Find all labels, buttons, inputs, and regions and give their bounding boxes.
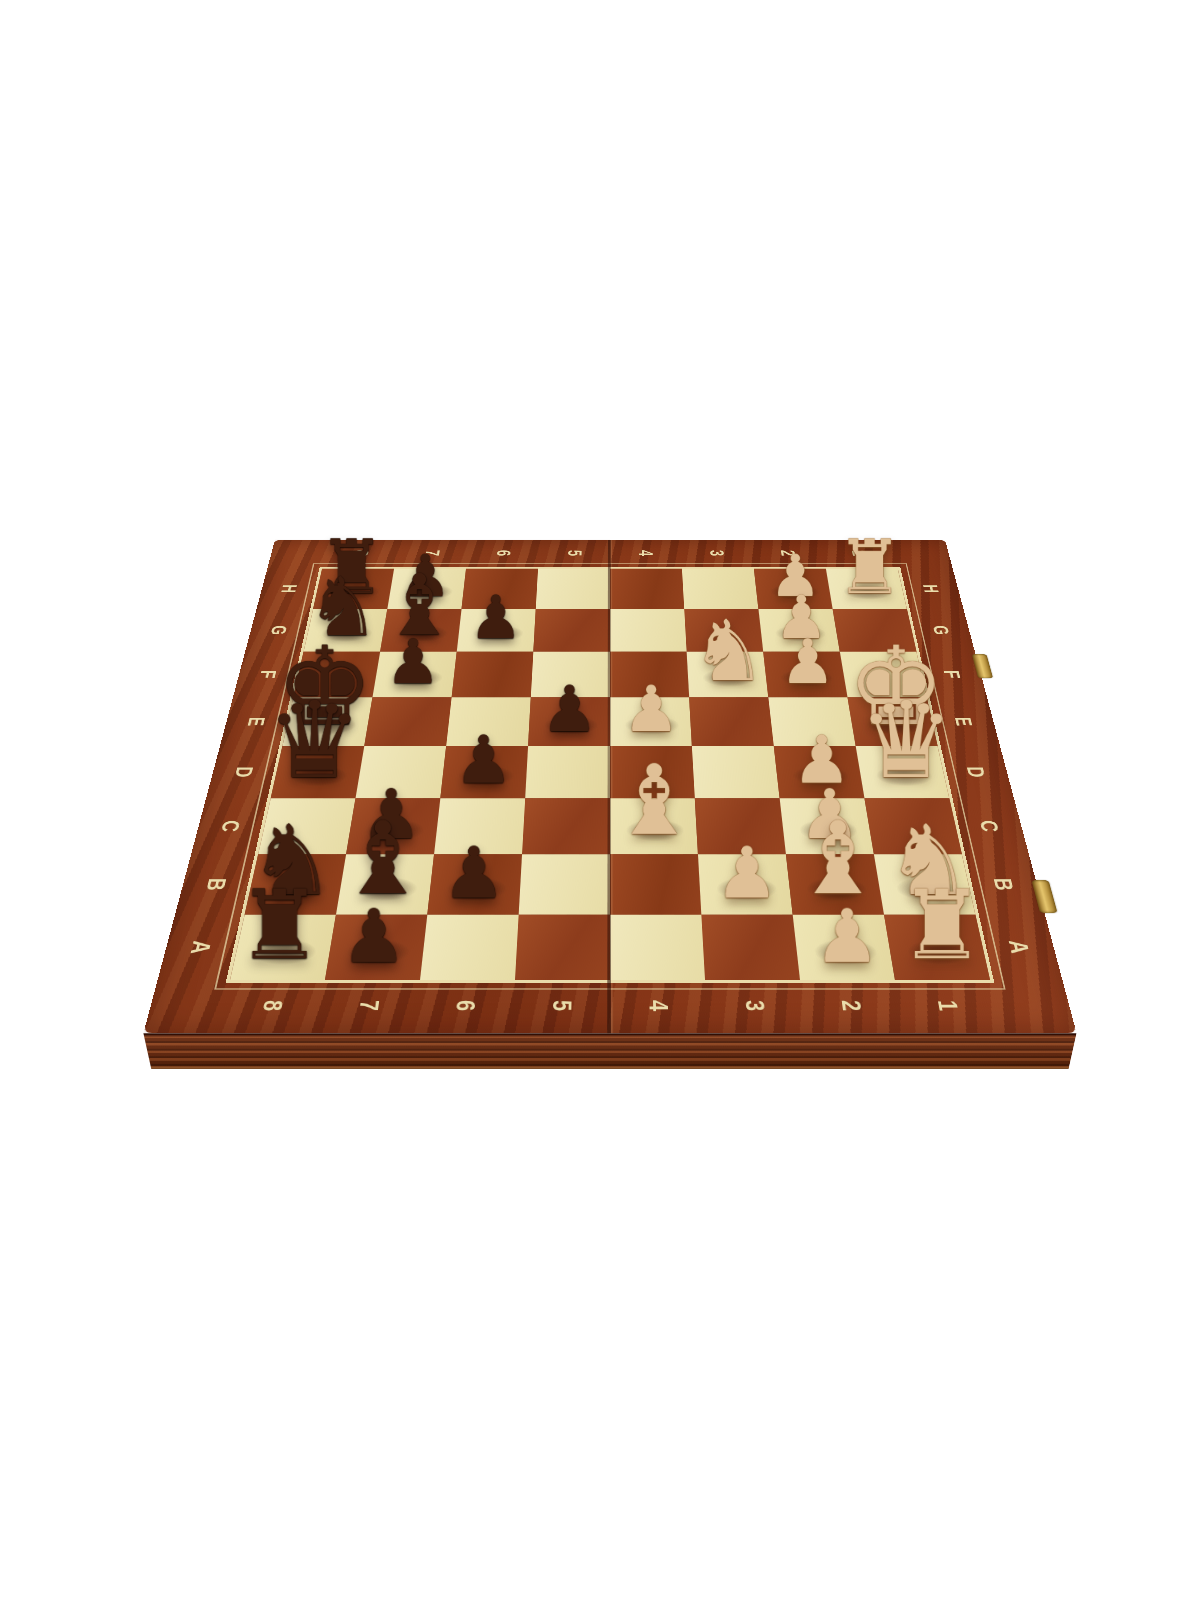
label-left-H: H	[277, 583, 301, 594]
label-right-C: C	[975, 818, 1004, 834]
piece-black-queen-d8: ♛	[266, 687, 361, 793]
label-right-H: H	[919, 583, 943, 594]
label-top-7: 7	[421, 548, 443, 559]
piece-white-bishop-c4: ♝	[610, 752, 697, 849]
square-b6: ♟	[427, 854, 522, 914]
piece-black-rook-a8: ♜	[236, 878, 322, 974]
label-bottom-7: 7	[354, 996, 384, 1016]
label-bottom-6: 6	[451, 996, 480, 1016]
square-a7: ♟	[325, 915, 427, 980]
square-a8: ♜	[230, 915, 336, 980]
brass-clasp-icon	[1032, 880, 1058, 913]
label-left-E: E	[243, 714, 269, 728]
piece-white-rook-h1: ♜	[836, 530, 903, 605]
piece-white-pawn-f2: ♟	[780, 631, 835, 693]
label-top-2: 2	[777, 548, 799, 559]
square-a6	[420, 915, 519, 980]
label-top-1: 1	[848, 548, 870, 559]
label-top-8: 8	[350, 548, 372, 559]
square-c5	[522, 798, 610, 854]
square-h5	[536, 569, 610, 609]
square-d8: ♛	[271, 746, 365, 798]
piece-white-pawn-b3: ♟	[715, 838, 779, 909]
square-a4	[610, 915, 705, 980]
label-top-6: 6	[493, 548, 514, 559]
piece-white-rook-a1: ♜	[898, 878, 984, 974]
square-b3: ♟	[698, 854, 793, 914]
brass-clasp-icon	[972, 654, 993, 678]
piece-black-pawn-a7: ♟	[340, 900, 406, 974]
square-b4	[610, 854, 701, 914]
square-d6: ♟	[440, 746, 528, 798]
label-top-3: 3	[706, 548, 727, 559]
label-left-A: A	[185, 937, 216, 956]
label-top-5: 5	[564, 548, 585, 559]
square-d3	[692, 746, 780, 798]
square-h4	[610, 569, 684, 609]
square-a2: ♟	[793, 915, 895, 980]
product-photo-stage: ♜♟♟♜♞♝♟♟♟♞♟♚♟♟♚♛♟♟♛♟♝♟♞♝♟♟♝♞♜♟♟♜ 8877665…	[0, 0, 1200, 1600]
label-bottom-2: 2	[836, 996, 866, 1016]
label-right-D: D	[962, 764, 989, 779]
label-bottom-8: 8	[257, 996, 288, 1016]
label-bottom-4: 4	[644, 996, 672, 1016]
piece-white-queen-d1: ♛	[858, 687, 953, 793]
label-bottom-3: 3	[740, 996, 769, 1016]
square-a3	[701, 915, 800, 980]
square-b5	[519, 854, 610, 914]
square-a1: ♜	[884, 915, 990, 980]
piece-black-pawn-g6: ♟	[469, 588, 522, 648]
label-right-E: E	[950, 714, 976, 728]
square-g4	[610, 609, 687, 652]
square-d1: ♛	[856, 746, 950, 798]
square-e4: ♟	[610, 697, 692, 746]
square-f2: ♟	[763, 652, 847, 698]
piece-black-pawn-b6: ♟	[442, 838, 506, 909]
label-left-B: B	[202, 875, 232, 892]
chess-board: ♜♟♟♜♞♝♟♟♟♞♟♚♟♟♚♛♟♟♛♟♝♟♞♝♟♟♝♞♜♟♟♜ 8877665…	[143, 540, 1076, 1034]
label-right-A: A	[1003, 937, 1034, 956]
piece-white-pawn-e4: ♟	[622, 677, 679, 741]
piece-black-pawn-f7: ♟	[385, 631, 440, 693]
square-c4: ♝	[610, 798, 698, 854]
piece-white-knight-f3: ♞	[691, 609, 766, 693]
label-bottom-1: 1	[932, 996, 963, 1016]
square-e3	[689, 697, 774, 746]
label-bottom-5: 5	[548, 996, 576, 1016]
square-d5	[525, 746, 610, 798]
label-left-D: D	[230, 764, 257, 779]
board-box-side	[143, 1033, 1076, 1069]
square-h1: ♜	[826, 569, 907, 609]
square-f3: ♞	[687, 652, 769, 698]
square-g5	[533, 609, 610, 652]
square-a5	[515, 915, 610, 980]
square-f7: ♟	[372, 652, 456, 698]
label-left-G: G	[267, 624, 292, 636]
label-left-C: C	[216, 818, 245, 834]
square-e7	[364, 697, 451, 746]
label-top-4: 4	[635, 548, 656, 559]
piece-black-pawn-e5: ♟	[541, 677, 598, 741]
piece-white-pawn-a2: ♟	[813, 900, 879, 974]
piece-black-pawn-d6: ♟	[454, 727, 513, 793]
label-right-B: B	[989, 875, 1019, 892]
square-g6: ♟	[457, 609, 536, 652]
label-right-G: G	[929, 624, 954, 636]
square-f6	[452, 652, 534, 698]
square-e5: ♟	[528, 697, 610, 746]
